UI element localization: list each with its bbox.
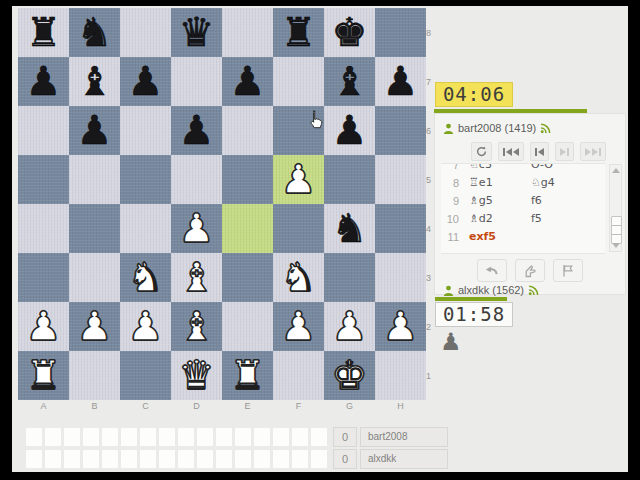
step-back-button[interactable] [530, 142, 549, 161]
clock-top: 04:06 [435, 82, 513, 107]
move-row-9: 9♗g5f6 [441, 192, 605, 210]
square-f5[interactable]: ♟ [273, 155, 324, 204]
square-c4[interactable] [120, 204, 171, 253]
black-move[interactable]: O-O [531, 163, 553, 174]
square-g1[interactable]: ♚ [324, 351, 375, 400]
white-pawn[interactable]: ♟ [171, 204, 222, 253]
white-move[interactable]: ♗g5 [459, 192, 531, 210]
takeback-button[interactable] [477, 259, 507, 282]
square-e8[interactable] [222, 8, 273, 57]
tray-cell [120, 427, 138, 447]
tray-cell [44, 449, 62, 469]
white-move[interactable]: exf5 [459, 228, 531, 246]
tray-cell [44, 427, 62, 447]
tray-cell [120, 449, 138, 469]
square-h8[interactable] [375, 8, 426, 57]
move-number: 8 [441, 174, 459, 192]
move-row-10: 10♗d2f5 [441, 210, 605, 228]
tray-cell [310, 427, 328, 447]
square-e7[interactable]: ♟ [222, 57, 273, 106]
black-pawn[interactable]: ♟ [375, 57, 426, 106]
black-pawn[interactable]: ♟ [69, 106, 120, 155]
white-pawn[interactable]: ♟ [18, 302, 69, 351]
square-d1[interactable]: ♛ [171, 351, 222, 400]
square-f3[interactable]: ♞ [273, 253, 324, 302]
move-row-7: 7♘c3O-O [441, 163, 605, 174]
square-c7[interactable]: ♟ [120, 57, 171, 106]
tray-score: 0 [333, 427, 357, 447]
white-move[interactable]: ♘c3 [459, 163, 531, 174]
black-pawn[interactable]: ♟ [120, 57, 171, 106]
square-f4[interactable] [273, 204, 324, 253]
square-a3[interactable] [18, 253, 69, 302]
black-pawn[interactable]: ♟ [18, 57, 69, 106]
tray-cell [215, 449, 233, 469]
white-queen[interactable]: ♛ [171, 351, 222, 400]
white-move[interactable]: ♗d2 [459, 210, 531, 228]
tray-cell [253, 449, 271, 469]
square-f8[interactable]: ♜ [273, 8, 324, 57]
move-number: 11 [441, 228, 459, 246]
square-f2[interactable]: ♟ [273, 302, 324, 351]
square-a5[interactable] [18, 155, 69, 204]
rank-label-8: 8 [426, 8, 438, 57]
tray-cell [139, 449, 157, 469]
square-h6[interactable] [375, 106, 426, 155]
file-label-g: G [324, 401, 375, 411]
square-h4[interactable] [375, 204, 426, 253]
tray-cell [139, 427, 157, 447]
tray-cell [158, 449, 176, 469]
white-knight[interactable]: ♞ [273, 253, 324, 302]
tray-cell [63, 427, 81, 447]
square-d7[interactable] [171, 57, 222, 106]
square-f7[interactable] [273, 57, 324, 106]
white-rook[interactable]: ♜ [222, 351, 273, 400]
black-rook[interactable]: ♜ [273, 8, 324, 57]
offer-draw-hand-button[interactable] [515, 259, 545, 282]
square-g4[interactable]: ♞ [324, 204, 375, 253]
square-f1[interactable] [273, 351, 324, 400]
file-label-d: D [171, 401, 222, 411]
tray-cell [177, 427, 195, 447]
square-g3[interactable] [324, 253, 375, 302]
move-navigation [471, 142, 606, 161]
black-pawn[interactable]: ♟ [324, 106, 375, 155]
file-label-e: E [222, 401, 273, 411]
square-d8[interactable]: ♛ [171, 8, 222, 57]
page-background: ♜♞♛♜♚♟♝♟♟♝♟♟♟♟♟♟♞♞♝♞♟♟♟♝♟♟♟♜♛♜♚ ABCDEFGH… [12, 6, 628, 472]
player-icon [443, 285, 454, 296]
tray-cell [101, 427, 119, 447]
file-label-h: H [375, 401, 426, 411]
move-row-11: 11exf5 [441, 228, 605, 246]
file-label-f: F [273, 401, 324, 411]
tray-player-name: bart2008 [360, 427, 448, 447]
game-actions [477, 259, 583, 282]
tray-score: 0 [333, 449, 357, 469]
tray-cell [82, 449, 100, 469]
black-queen[interactable]: ♛ [171, 8, 222, 57]
square-b5[interactable] [69, 155, 120, 204]
black-bishop[interactable]: ♝ [69, 57, 120, 106]
captured-pawn-icon: ♟ [440, 328, 462, 356]
tray-cell [25, 449, 43, 469]
chess-board: ♜♞♛♜♚♟♝♟♟♝♟♟♟♟♟♟♞♞♝♞♟♟♟♝♟♟♟♜♛♜♚ [18, 8, 426, 400]
black-rook[interactable]: ♜ [18, 8, 69, 57]
square-g6[interactable]: ♟ [324, 106, 375, 155]
white-pawn[interactable]: ♟ [120, 302, 171, 351]
tray-cell [196, 449, 214, 469]
square-g7[interactable]: ♝ [324, 57, 375, 106]
black-pawn[interactable]: ♟ [171, 106, 222, 155]
resign-flag-button[interactable] [553, 259, 583, 282]
player-top-label: bart2008 (1419) [458, 122, 536, 134]
capture-tray-top: 0 bart2008 [25, 427, 448, 447]
tray-cell [291, 449, 309, 469]
broadcast-icon[interactable] [540, 123, 551, 134]
square-a2[interactable]: ♟ [18, 302, 69, 351]
mouse-cursor-hand-icon [308, 110, 324, 130]
white-move[interactable]: ♖e1 [459, 174, 531, 192]
square-h2[interactable]: ♟ [375, 302, 426, 351]
file-label-b: B [69, 401, 120, 411]
tray-cell [215, 427, 233, 447]
clock-bottom: 01:58 [435, 302, 513, 327]
player-icon [443, 123, 454, 134]
square-e6[interactable] [222, 106, 273, 155]
white-bishop[interactable]: ♝ [171, 253, 222, 302]
tray-player-name: alxdkk [360, 449, 448, 469]
square-d2[interactable]: ♝ [171, 302, 222, 351]
file-label-c: C [120, 401, 171, 411]
tray-cell [101, 449, 119, 469]
black-move[interactable]: f6 [531, 192, 542, 210]
square-b2[interactable]: ♟ [69, 302, 120, 351]
square-c6[interactable] [120, 106, 171, 155]
tray-cell [177, 449, 195, 469]
broadcast-icon[interactable] [528, 285, 539, 296]
black-move[interactable]: f5 [531, 210, 542, 228]
move-list[interactable]: 7♘c3O-O8♖e1♘g49♗g5f610♗d2f511exf5 [441, 163, 605, 254]
square-a6[interactable] [18, 106, 69, 155]
tray-cell [253, 427, 271, 447]
square-e4[interactable] [222, 204, 273, 253]
square-e1[interactable]: ♜ [222, 351, 273, 400]
square-b1[interactable] [69, 351, 120, 400]
square-d3[interactable]: ♝ [171, 253, 222, 302]
move-row-8: 8♖e1♘g4 [441, 174, 605, 192]
tray-cell [234, 449, 252, 469]
tray-cell [272, 427, 290, 447]
square-b3[interactable] [69, 253, 120, 302]
move-list-scrollbar[interactable] [609, 164, 622, 252]
square-a7[interactable]: ♟ [18, 57, 69, 106]
time-bar-bottom [435, 297, 507, 301]
player-top: bart2008 (1419) [443, 122, 551, 134]
square-b8[interactable]: ♞ [69, 8, 120, 57]
square-g8[interactable]: ♚ [324, 8, 375, 57]
square-h5[interactable] [375, 155, 426, 204]
tray-cell [310, 449, 328, 469]
black-move[interactable]: ♘g4 [531, 174, 555, 192]
square-a8[interactable]: ♜ [18, 8, 69, 57]
square-c1[interactable] [120, 351, 171, 400]
tray-cell [82, 427, 100, 447]
refresh-button[interactable] [471, 142, 492, 161]
scroll-down-icon[interactable] [612, 243, 620, 248]
square-h3[interactable] [375, 253, 426, 302]
square-a4[interactable] [18, 204, 69, 253]
square-e2[interactable] [222, 302, 273, 351]
white-rook[interactable]: ♜ [18, 351, 69, 400]
black-king[interactable]: ♚ [324, 8, 375, 57]
square-b6[interactable]: ♟ [69, 106, 120, 155]
tray-cell [234, 427, 252, 447]
scrollbar-thumb[interactable] [611, 216, 622, 244]
tray-cell [25, 427, 43, 447]
square-d4[interactable]: ♟ [171, 204, 222, 253]
black-pawn[interactable]: ♟ [222, 57, 273, 106]
capture-tray-bottom: 0 alxdkk [25, 449, 448, 469]
white-bishop[interactable]: ♝ [171, 302, 222, 351]
tray-cell [196, 427, 214, 447]
skip-to-start-button[interactable] [498, 142, 524, 161]
black-knight[interactable]: ♞ [324, 204, 375, 253]
tray-cell [272, 449, 290, 469]
game-panel: bart2008 (1419) [434, 113, 626, 295]
rank-label-1: 1 [426, 351, 438, 400]
scroll-up-icon[interactable] [612, 168, 620, 173]
white-pawn[interactable]: ♟ [273, 155, 324, 204]
square-c2[interactable]: ♟ [120, 302, 171, 351]
player-bottom-label: alxdkk (1562) [458, 284, 524, 296]
square-h7[interactable]: ♟ [375, 57, 426, 106]
step-forward-button[interactable] [555, 142, 574, 161]
file-labels: ABCDEFGH [18, 401, 426, 411]
black-knight[interactable]: ♞ [69, 8, 120, 57]
square-d5[interactable] [171, 155, 222, 204]
square-g2[interactable]: ♟ [324, 302, 375, 351]
black-bishop[interactable]: ♝ [324, 57, 375, 106]
square-g5[interactable] [324, 155, 375, 204]
white-pawn[interactable]: ♟ [69, 302, 120, 351]
time-bar-top [434, 109, 587, 113]
white-pawn[interactable]: ♟ [273, 302, 324, 351]
white-pawn[interactable]: ♟ [375, 302, 426, 351]
file-label-a: A [18, 401, 69, 411]
tray-cell [158, 427, 176, 447]
square-a1[interactable]: ♜ [18, 351, 69, 400]
square-b4[interactable] [69, 204, 120, 253]
tray-cell [291, 427, 309, 447]
square-e5[interactable] [222, 155, 273, 204]
square-c8[interactable] [120, 8, 171, 57]
square-c5[interactable] [120, 155, 171, 204]
tray-cells [25, 449, 328, 469]
white-king[interactable]: ♚ [324, 351, 375, 400]
move-number: 7 [441, 163, 459, 174]
square-d6[interactable]: ♟ [171, 106, 222, 155]
square-e3[interactable] [222, 253, 273, 302]
move-number: 9 [441, 192, 459, 210]
skip-to-end-button[interactable] [580, 142, 606, 161]
player-bottom: alxdkk (1562) [443, 284, 539, 296]
square-h1[interactable] [375, 351, 426, 400]
tray-cell [63, 449, 81, 469]
white-pawn[interactable]: ♟ [324, 302, 375, 351]
square-c3[interactable]: ♞ [120, 253, 171, 302]
tray-cells [25, 427, 328, 447]
move-number: 10 [441, 210, 459, 228]
white-knight[interactable]: ♞ [120, 253, 171, 302]
square-b7[interactable]: ♝ [69, 57, 120, 106]
